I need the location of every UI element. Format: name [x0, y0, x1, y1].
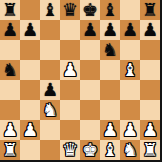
square-b3[interactable] — [20, 100, 40, 120]
square-f5[interactable] — [100, 60, 120, 80]
square-c6[interactable] — [40, 40, 60, 60]
square-g2[interactable]: ♟ — [120, 120, 140, 140]
square-d5[interactable]: ♟ — [60, 60, 80, 80]
square-e1[interactable]: ♚ — [80, 140, 100, 160]
square-c7[interactable] — [40, 20, 60, 40]
square-a6[interactable] — [0, 40, 20, 60]
piece-white-pawn: ♟ — [2, 120, 18, 140]
piece-white-pawn: ♟ — [102, 120, 118, 140]
piece-white-queen: ♛ — [62, 140, 78, 160]
square-g5[interactable]: ♝ — [120, 60, 140, 80]
piece-white-knight: ♞ — [42, 100, 58, 120]
chess-board: ♜♝♛♚♝♜♟♟♟♟♟♟♞♞♟♝♟♞♟♟♟♟♟♜♛♚♝♞♜ — [0, 0, 160, 160]
square-c1[interactable] — [40, 140, 60, 160]
square-h6[interactable] — [140, 40, 160, 60]
piece-white-bishop: ♝ — [122, 60, 138, 80]
piece-black-queen: ♛ — [62, 0, 78, 20]
square-f4[interactable] — [100, 80, 120, 100]
square-f2[interactable]: ♟ — [100, 120, 120, 140]
square-h7[interactable]: ♟ — [140, 20, 160, 40]
square-g8[interactable] — [120, 0, 140, 20]
square-g1[interactable]: ♞ — [120, 140, 140, 160]
square-b1[interactable] — [20, 140, 40, 160]
square-c4[interactable]: ♟ — [40, 80, 60, 100]
square-a4[interactable] — [0, 80, 20, 100]
square-a3[interactable] — [0, 100, 20, 120]
square-b2[interactable]: ♟ — [20, 120, 40, 140]
piece-black-rook: ♜ — [142, 0, 158, 20]
square-h8[interactable]: ♜ — [140, 0, 160, 20]
piece-black-pawn: ♟ — [142, 20, 158, 40]
square-d8[interactable]: ♛ — [60, 0, 80, 20]
square-h1[interactable]: ♜ — [140, 140, 160, 160]
piece-black-bishop: ♝ — [42, 0, 58, 20]
piece-black-pawn: ♟ — [122, 20, 138, 40]
square-f6[interactable]: ♞ — [100, 40, 120, 60]
piece-black-pawn: ♟ — [42, 80, 58, 100]
square-d7[interactable] — [60, 20, 80, 40]
square-a2[interactable]: ♟ — [0, 120, 20, 140]
square-e5[interactable] — [80, 60, 100, 80]
piece-white-pawn: ♟ — [22, 120, 38, 140]
piece-white-rook: ♜ — [142, 140, 158, 160]
piece-black-pawn: ♟ — [22, 20, 38, 40]
piece-white-rook: ♜ — [2, 140, 18, 160]
square-c2[interactable] — [40, 120, 60, 140]
square-d6[interactable] — [60, 40, 80, 60]
piece-white-king: ♚ — [82, 140, 98, 160]
square-b4[interactable] — [20, 80, 40, 100]
piece-white-pawn: ♟ — [142, 120, 158, 140]
square-e6[interactable] — [80, 40, 100, 60]
square-e3[interactable] — [80, 100, 100, 120]
piece-black-knight: ♞ — [102, 40, 118, 60]
square-d4[interactable] — [60, 80, 80, 100]
square-e8[interactable]: ♚ — [80, 0, 100, 20]
square-g4[interactable] — [120, 80, 140, 100]
square-c3[interactable]: ♞ — [40, 100, 60, 120]
square-d3[interactable] — [60, 100, 80, 120]
square-d2[interactable] — [60, 120, 80, 140]
piece-black-bishop: ♝ — [102, 0, 118, 20]
piece-black-pawn: ♟ — [2, 20, 18, 40]
square-e7[interactable]: ♟ — [80, 20, 100, 40]
square-f8[interactable]: ♝ — [100, 0, 120, 20]
square-g7[interactable]: ♟ — [120, 20, 140, 40]
piece-black-pawn: ♟ — [82, 20, 98, 40]
square-a7[interactable]: ♟ — [0, 20, 20, 40]
square-h2[interactable]: ♟ — [140, 120, 160, 140]
square-e2[interactable] — [80, 120, 100, 140]
piece-white-knight: ♞ — [122, 140, 138, 160]
square-f1[interactable]: ♝ — [100, 140, 120, 160]
piece-black-king: ♚ — [82, 0, 98, 20]
piece-white-pawn: ♟ — [122, 120, 138, 140]
piece-black-rook: ♜ — [2, 0, 18, 20]
square-h4[interactable] — [140, 80, 160, 100]
square-h5[interactable] — [140, 60, 160, 80]
square-b7[interactable]: ♟ — [20, 20, 40, 40]
square-b5[interactable] — [20, 60, 40, 80]
square-f3[interactable] — [100, 100, 120, 120]
piece-black-pawn: ♟ — [102, 20, 118, 40]
square-a1[interactable]: ♜ — [0, 140, 20, 160]
piece-white-pawn: ♟ — [62, 60, 78, 80]
square-a5[interactable]: ♞ — [0, 60, 20, 80]
square-f7[interactable]: ♟ — [100, 20, 120, 40]
square-b8[interactable] — [20, 0, 40, 20]
square-d1[interactable]: ♛ — [60, 140, 80, 160]
square-c8[interactable]: ♝ — [40, 0, 60, 20]
chess-board-frame: ♜♝♛♚♝♜♟♟♟♟♟♟♞♞♟♝♟♞♟♟♟♟♟♜♛♚♝♞♜ — [0, 0, 162, 162]
square-h3[interactable] — [140, 100, 160, 120]
square-g3[interactable] — [120, 100, 140, 120]
piece-white-bishop: ♝ — [102, 140, 118, 160]
square-c5[interactable] — [40, 60, 60, 80]
piece-black-knight: ♞ — [2, 60, 18, 80]
square-e4[interactable] — [80, 80, 100, 100]
square-b6[interactable] — [20, 40, 40, 60]
square-a8[interactable]: ♜ — [0, 0, 20, 20]
square-g6[interactable] — [120, 40, 140, 60]
